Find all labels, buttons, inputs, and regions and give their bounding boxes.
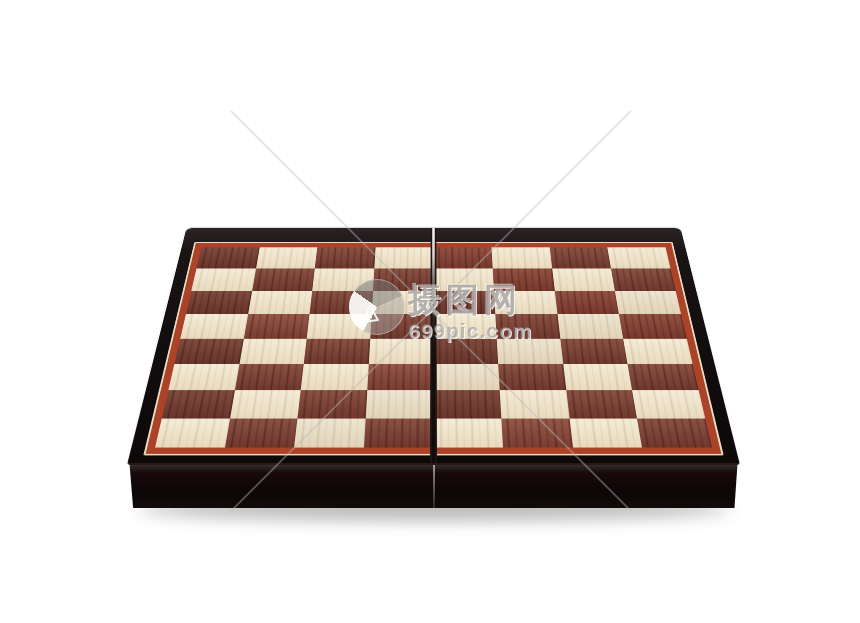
square-a2	[162, 390, 235, 418]
square-b4	[239, 338, 307, 363]
square-a7	[191, 269, 255, 291]
square-e4	[434, 338, 499, 363]
square-f4	[497, 338, 563, 363]
square-f8	[492, 247, 553, 268]
watermark-site-url: 699pic.com	[408, 320, 532, 341]
square-b3	[235, 364, 304, 391]
photo-canvas: 摄图网 699pic.com	[0, 0, 860, 623]
square-g2	[566, 390, 637, 418]
square-a8	[196, 247, 259, 268]
square-b2	[230, 390, 301, 418]
square-e2	[434, 390, 502, 418]
square-b6	[248, 291, 313, 314]
square-a1	[155, 418, 230, 447]
square-g1	[569, 418, 642, 447]
watermark-text: 摄图网 699pic.com	[408, 283, 532, 341]
square-g5	[557, 314, 623, 338]
square-d1	[364, 418, 434, 447]
square-c2	[298, 390, 368, 418]
square-g6	[555, 291, 620, 314]
square-h8	[608, 247, 671, 268]
square-g7	[552, 269, 615, 291]
square-a3	[168, 364, 239, 391]
square-e1	[434, 418, 504, 447]
chessboard	[127, 228, 740, 465]
square-d3	[367, 364, 433, 391]
square-b7	[252, 269, 315, 291]
square-a6	[186, 291, 252, 314]
fold-seam	[430, 228, 437, 465]
square-h2	[632, 390, 705, 418]
square-h3	[628, 364, 699, 391]
square-a4	[174, 338, 243, 363]
square-b5	[244, 314, 310, 338]
shutter-triangle-icon	[358, 303, 382, 327]
aperture-logo-icon	[349, 279, 405, 335]
square-h5	[619, 314, 687, 338]
square-h4	[623, 338, 692, 363]
square-h6	[615, 291, 681, 314]
square-b8	[256, 247, 318, 268]
square-c1	[294, 418, 365, 447]
square-a5	[180, 314, 248, 338]
square-b1	[225, 418, 298, 447]
square-h7	[611, 269, 675, 291]
watermark-site-name: 摄图网	[408, 283, 532, 316]
square-c8	[315, 247, 376, 268]
square-d2	[366, 390, 434, 418]
square-g4	[560, 338, 628, 363]
square-g8	[550, 247, 612, 268]
square-h1	[637, 418, 712, 447]
board-front-edge	[127, 463, 740, 508]
square-c4	[304, 338, 370, 363]
square-c3	[301, 364, 369, 391]
front-seam-line	[433, 465, 435, 508]
square-g3	[563, 364, 632, 391]
